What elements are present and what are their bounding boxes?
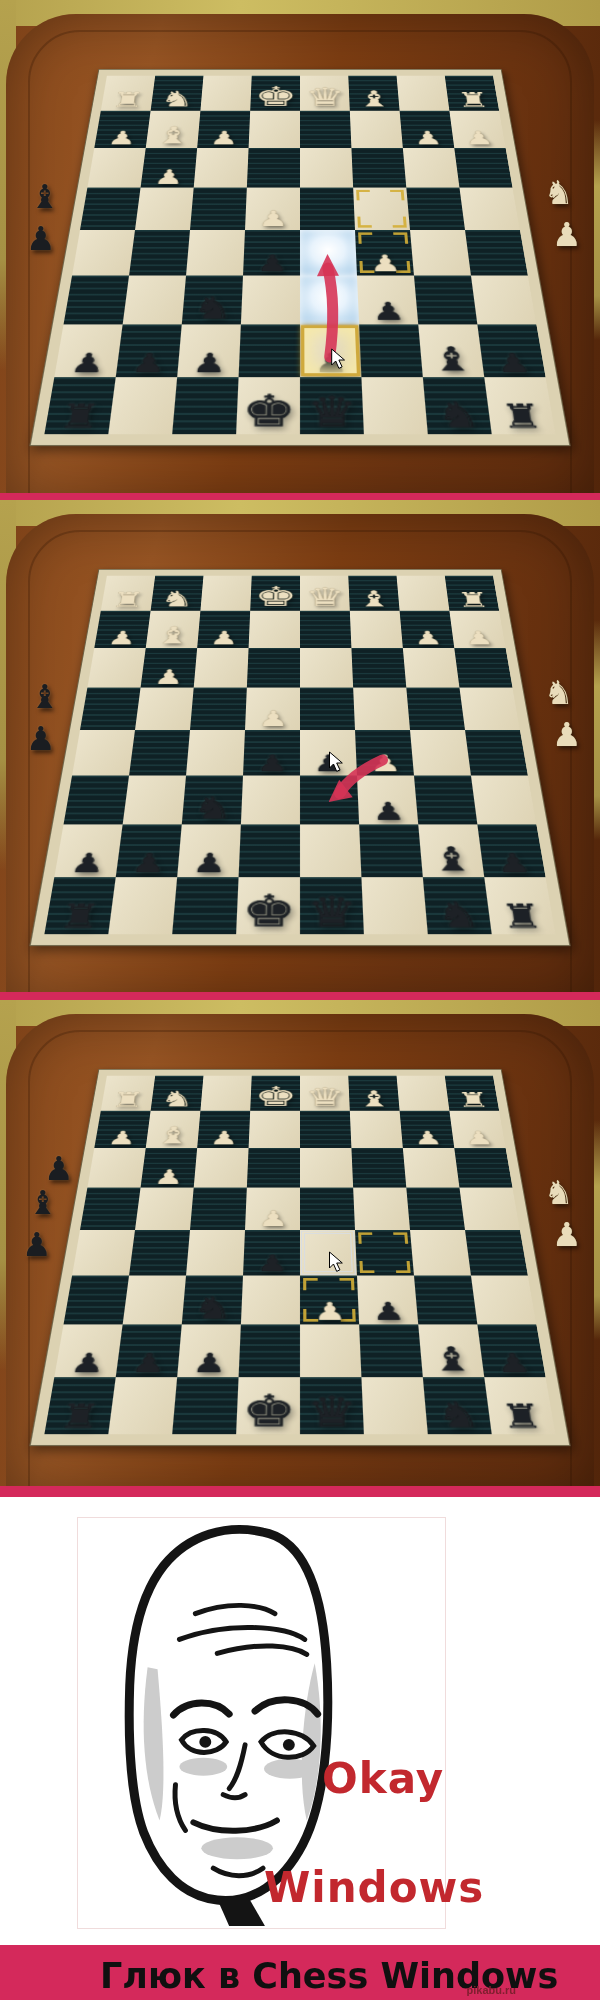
square-f3[interactable] xyxy=(194,648,249,688)
black-knight: ♞ xyxy=(434,898,481,933)
square-h1[interactable]: ♜ xyxy=(101,1076,155,1111)
square-a4[interactable] xyxy=(459,1188,520,1230)
square-e3[interactable] xyxy=(247,148,300,188)
square-h4[interactable] xyxy=(80,188,141,230)
square-h3[interactable] xyxy=(87,1148,145,1188)
square-h3[interactable] xyxy=(87,148,145,188)
square-e7[interactable] xyxy=(239,824,300,877)
square-e8[interactable]: ♚ xyxy=(236,377,300,434)
square-a4[interactable] xyxy=(459,188,520,230)
white-pawn: ♟ xyxy=(463,629,494,648)
square-h2[interactable]: ♟ xyxy=(94,611,150,648)
black-pawn: ♟ xyxy=(130,350,167,376)
square-b1[interactable] xyxy=(397,76,450,111)
square-a8[interactable]: ♜ xyxy=(484,377,555,434)
white-pawn: ♟ xyxy=(368,252,401,275)
square-b2[interactable]: ♟ xyxy=(400,1111,455,1148)
captured-white-pawn: ♟ xyxy=(552,718,582,751)
square-b3[interactable] xyxy=(403,648,460,688)
square-h6[interactable] xyxy=(64,276,130,325)
square-c7[interactable] xyxy=(359,1324,423,1377)
square-a3[interactable] xyxy=(454,148,512,188)
square-e2[interactable] xyxy=(249,111,300,148)
captured-white-knight: ♞ xyxy=(544,176,574,209)
black-queen: ♛ xyxy=(306,891,358,933)
square-c2[interactable] xyxy=(350,611,403,648)
white-rook: ♜ xyxy=(110,1090,145,1111)
square-d2[interactable] xyxy=(300,111,351,148)
square-f1[interactable] xyxy=(200,576,251,611)
square-b4[interactable] xyxy=(406,688,465,730)
square-e8[interactable]: ♚ xyxy=(236,877,300,934)
square-h6[interactable] xyxy=(64,1276,130,1325)
square-h1[interactable]: ♜ xyxy=(101,576,155,611)
square-h2[interactable]: ♟ xyxy=(94,111,150,148)
square-d8[interactable]: ♛ xyxy=(300,377,364,434)
square-h5[interactable] xyxy=(72,230,135,276)
square-f3[interactable] xyxy=(194,1148,249,1188)
square-b1[interactable] xyxy=(397,1076,450,1111)
black-pawn: ♟ xyxy=(371,1299,405,1324)
square-g6[interactable] xyxy=(123,776,186,825)
black-queen: ♛ xyxy=(306,391,358,433)
separator-bar xyxy=(0,493,600,500)
square-c8[interactable] xyxy=(361,1377,427,1434)
square-b7[interactable]: ♝ xyxy=(418,824,484,877)
white-pawn: ♟ xyxy=(412,1129,442,1148)
black-rook: ♜ xyxy=(56,399,102,433)
captured-black-bishop: ♝ xyxy=(30,680,60,713)
white-pawn: ♟ xyxy=(412,129,442,148)
black-rook: ♜ xyxy=(498,399,544,433)
white-knight: ♞ xyxy=(159,589,195,611)
square-a2[interactable]: ♟ xyxy=(449,111,505,148)
square-f7[interactable]: ♟ xyxy=(177,1324,241,1377)
square-h3[interactable] xyxy=(87,648,145,688)
square-a1[interactable]: ♜ xyxy=(445,76,499,111)
square-e2[interactable] xyxy=(249,1111,300,1148)
square-f1[interactable] xyxy=(200,76,251,111)
square-d5[interactable] xyxy=(300,1230,357,1276)
white-pawn: ♟ xyxy=(209,1129,238,1148)
captured-black-pawn: ♟ xyxy=(26,222,56,255)
square-c5[interactable]: ♟ xyxy=(355,730,414,776)
square-e3[interactable] xyxy=(247,648,300,688)
black-pawn: ♟ xyxy=(191,350,226,376)
white-pawn: ♟ xyxy=(209,629,238,648)
meme-page: ♜♞♚♛♝♜♟♝♟♟♟♟♟♟♟♞♟♟♟♟♟♝♟♜♚♛♞♜ ♝♟♞♟ ♜♞♚♛♝♜… xyxy=(0,0,600,2000)
black-pawn: ♟ xyxy=(130,1350,167,1376)
square-c4[interactable] xyxy=(353,188,410,230)
square-a7[interactable]: ♟ xyxy=(477,1324,545,1377)
captured-black-bishop: ♝ xyxy=(28,1186,58,1219)
square-g1[interactable]: ♞ xyxy=(151,1076,204,1111)
square-c7[interactable] xyxy=(359,824,423,877)
captured-black-bishop: ♝ xyxy=(30,180,60,213)
captured-white-pawn: ♟ xyxy=(552,218,582,251)
square-c1[interactable]: ♝ xyxy=(348,576,399,611)
square-e5[interactable]: ♟ xyxy=(243,230,300,276)
square-b6[interactable] xyxy=(414,276,477,325)
square-g5[interactable] xyxy=(129,1230,190,1276)
square-e6[interactable] xyxy=(241,776,300,825)
square-f7[interactable]: ♟ xyxy=(177,824,241,877)
square-g2[interactable]: ♝ xyxy=(146,611,201,648)
square-d7[interactable]: ♟ xyxy=(300,324,361,377)
square-e6[interactable] xyxy=(241,1276,300,1325)
square-h7[interactable]: ♟ xyxy=(54,824,122,877)
square-e2[interactable] xyxy=(249,611,300,648)
square-g6[interactable] xyxy=(123,276,186,325)
square-d7[interactable] xyxy=(300,824,361,877)
white-pawn: ♟ xyxy=(106,1129,137,1148)
square-f8[interactable] xyxy=(172,377,238,434)
square-a7[interactable]: ♟ xyxy=(477,324,545,377)
square-b8[interactable]: ♞ xyxy=(423,877,492,934)
white-knight: ♞ xyxy=(159,89,195,111)
square-e5[interactable]: ♟ xyxy=(243,1230,300,1276)
white-pawn: ♟ xyxy=(152,667,183,687)
board-grid: ♜♞♚♛♝♜♟♝♟♟♟♟♟♟♟♟♞♟♟♟♟♝♟♜♚♛♞♜ xyxy=(44,576,555,934)
square-a8[interactable]: ♜ xyxy=(484,1377,555,1434)
black-bishop: ♝ xyxy=(429,343,475,376)
square-b4[interactable] xyxy=(406,1188,465,1230)
square-h5[interactable] xyxy=(72,730,135,776)
square-d6[interactable] xyxy=(300,276,359,325)
white-pawn: ♟ xyxy=(257,208,288,229)
square-d6[interactable]: ♟ xyxy=(300,1276,359,1325)
square-c1[interactable]: ♝ xyxy=(348,1076,399,1111)
square-d1[interactable]: ♛ xyxy=(300,1076,350,1111)
white-pawn: ♟ xyxy=(209,129,238,148)
square-c3[interactable] xyxy=(351,648,406,688)
square-c6[interactable]: ♟ xyxy=(357,276,418,325)
square-f2[interactable]: ♟ xyxy=(197,611,250,648)
square-a3[interactable] xyxy=(454,1148,512,1188)
black-pawn: ♟ xyxy=(494,1350,532,1376)
square-e4[interactable]: ♟ xyxy=(245,1188,300,1230)
square-h1[interactable]: ♜ xyxy=(101,76,155,111)
square-a7[interactable]: ♟ xyxy=(477,824,545,877)
chess-screenshot-3: ♜♞♚♛♝♜♟♝♟♟♟♟♟♟♞♟♟♟♟♟♝♟♜♚♛♞♜ ♟♝♟♞♟ xyxy=(0,1000,600,1486)
square-f1[interactable] xyxy=(200,1076,251,1111)
square-f8[interactable] xyxy=(172,1377,238,1434)
square-a2[interactable]: ♟ xyxy=(449,611,505,648)
black-pawn: ♟ xyxy=(130,850,167,876)
square-b7[interactable]: ♝ xyxy=(418,324,484,377)
square-g2[interactable]: ♝ xyxy=(146,111,201,148)
square-g3[interactable]: ♟ xyxy=(141,1148,198,1188)
square-d2[interactable] xyxy=(300,611,351,648)
square-c3[interactable] xyxy=(351,1148,406,1188)
captured-white-knight: ♞ xyxy=(544,676,574,709)
black-pawn: ♟ xyxy=(256,752,288,775)
square-a1[interactable]: ♜ xyxy=(445,1076,499,1111)
black-pawn: ♟ xyxy=(191,850,226,876)
captured-black-pawn: ♟ xyxy=(44,1152,74,1185)
square-f2[interactable]: ♟ xyxy=(197,1111,250,1148)
square-e3[interactable] xyxy=(247,1148,300,1188)
square-f8[interactable] xyxy=(172,877,238,934)
black-pawn: ♟ xyxy=(371,799,405,824)
chess-screenshot-1: ♜♞♚♛♝♜♟♝♟♟♟♟♟♟♟♞♟♟♟♟♟♝♟♜♚♛♞♜ ♝♟♞♟ xyxy=(0,0,600,493)
black-pawn: ♟ xyxy=(256,1252,288,1275)
white-pawn: ♟ xyxy=(152,1167,183,1187)
captured-black-pawn: ♟ xyxy=(22,1228,52,1261)
square-a6[interactable] xyxy=(471,1276,537,1325)
square-b5[interactable] xyxy=(410,1230,471,1276)
captured-white-knight: ♞ xyxy=(544,1176,574,1209)
square-e5[interactable]: ♟ xyxy=(243,730,300,776)
square-g8[interactable] xyxy=(108,1377,177,1434)
square-d8[interactable]: ♛ xyxy=(300,877,364,934)
black-rook: ♜ xyxy=(498,1399,544,1433)
chess-board: ♜♞♚♛♝♜♟♝♟♟♟♟♟♟♟♞♟♟♟♟♟♝♟♜♚♛♞♜ xyxy=(44,76,555,434)
black-pawn: ♟ xyxy=(68,350,106,376)
white-bishop: ♝ xyxy=(356,1088,392,1110)
okay-face-image: Okay Windows xyxy=(77,1517,446,1929)
chess-board: ♜♞♚♛♝♜♟♝♟♟♟♟♟♟♞♟♟♟♟♟♝♟♜♚♛♞♜ xyxy=(44,1076,555,1434)
square-f5[interactable] xyxy=(186,1230,245,1276)
square-b4[interactable] xyxy=(406,188,465,230)
square-h5[interactable] xyxy=(72,1230,135,1276)
square-g7[interactable]: ♟ xyxy=(116,324,182,377)
white-pawn: ♟ xyxy=(152,167,183,187)
square-g4[interactable] xyxy=(135,1188,194,1230)
square-d7[interactable] xyxy=(300,1324,361,1377)
square-h4[interactable] xyxy=(80,1188,141,1230)
square-g4[interactable] xyxy=(135,188,194,230)
square-d1[interactable]: ♛ xyxy=(300,576,350,611)
square-c4[interactable] xyxy=(353,1188,410,1230)
white-bishop: ♝ xyxy=(356,88,392,110)
square-e7[interactable] xyxy=(239,324,300,377)
square-b2[interactable]: ♟ xyxy=(400,111,455,148)
black-pawn: ♟ xyxy=(256,252,288,275)
square-h8[interactable]: ♜ xyxy=(44,1377,115,1434)
white-bishop: ♝ xyxy=(154,624,192,647)
square-f4[interactable] xyxy=(190,188,247,230)
square-b5[interactable] xyxy=(410,230,471,276)
square-g7[interactable]: ♟ xyxy=(116,1324,182,1377)
square-h7[interactable]: ♟ xyxy=(54,1324,122,1377)
square-h6[interactable] xyxy=(64,776,130,825)
square-c2[interactable] xyxy=(350,1111,403,1148)
meme-section: Okay Windows xyxy=(0,1497,600,1945)
square-f4[interactable] xyxy=(190,1188,247,1230)
white-rook: ♜ xyxy=(110,90,145,111)
white-queen: ♛ xyxy=(304,585,345,611)
square-c4[interactable] xyxy=(353,688,410,730)
watermark: pikabu.ru xyxy=(466,1984,516,1996)
square-d3[interactable] xyxy=(300,1148,353,1188)
square-e6[interactable] xyxy=(241,276,300,325)
square-g7[interactable]: ♟ xyxy=(116,824,182,877)
white-pawn: ♟ xyxy=(313,1299,346,1324)
square-a6[interactable] xyxy=(471,276,537,325)
square-f6[interactable]: ♞ xyxy=(182,1276,243,1325)
square-h4[interactable] xyxy=(80,688,141,730)
white-bishop: ♝ xyxy=(356,588,392,610)
square-f5[interactable] xyxy=(186,230,245,276)
square-e1[interactable]: ♚ xyxy=(250,76,300,111)
square-c5[interactable]: ♟ xyxy=(355,230,414,276)
square-d3[interactable] xyxy=(300,648,353,688)
white-queen: ♛ xyxy=(304,85,345,111)
black-pawn: ♟ xyxy=(68,1350,106,1376)
black-knight: ♞ xyxy=(434,1398,481,1433)
black-bishop: ♝ xyxy=(429,1343,475,1376)
white-pawn: ♟ xyxy=(368,752,401,775)
caption-bar: Глюк в Chess Windows pikabu.ru xyxy=(0,1945,600,2000)
square-h8[interactable]: ♜ xyxy=(44,377,115,434)
white-rook: ♜ xyxy=(455,590,490,611)
windows-text: Windows xyxy=(264,1863,484,1912)
captured-white-pawn: ♟ xyxy=(552,1218,582,1251)
white-pawn: ♟ xyxy=(106,629,137,648)
square-b7[interactable]: ♝ xyxy=(418,1324,484,1377)
white-king: ♚ xyxy=(254,1083,297,1110)
square-a5[interactable] xyxy=(465,730,528,776)
black-queen: ♛ xyxy=(306,1391,358,1433)
black-pawn: ♟ xyxy=(313,350,347,376)
square-c3[interactable] xyxy=(351,148,406,188)
square-c2[interactable] xyxy=(350,111,403,148)
square-f2[interactable]: ♟ xyxy=(197,111,250,148)
square-g5[interactable] xyxy=(129,730,190,776)
square-e4[interactable]: ♟ xyxy=(245,188,300,230)
square-d4[interactable] xyxy=(300,688,355,730)
square-d1[interactable]: ♛ xyxy=(300,76,350,111)
square-d3[interactable] xyxy=(300,148,353,188)
square-g3[interactable]: ♟ xyxy=(141,148,198,188)
square-d4[interactable] xyxy=(300,188,355,230)
square-c7[interactable] xyxy=(359,324,423,377)
black-pawn: ♟ xyxy=(494,850,532,876)
square-g8[interactable] xyxy=(108,377,177,434)
square-d6[interactable] xyxy=(300,776,359,825)
square-a2[interactable]: ♟ xyxy=(449,1111,505,1148)
black-king: ♚ xyxy=(240,889,295,933)
black-rook: ♜ xyxy=(56,899,102,933)
square-b1[interactable] xyxy=(397,576,450,611)
white-pawn: ♟ xyxy=(463,129,494,148)
square-a6[interactable] xyxy=(471,776,537,825)
white-queen: ♛ xyxy=(304,1085,345,1111)
black-bishop: ♝ xyxy=(429,843,475,876)
white-bishop: ♝ xyxy=(154,1124,192,1147)
square-c6[interactable]: ♟ xyxy=(357,1276,418,1325)
square-d2[interactable] xyxy=(300,1111,351,1148)
black-pawn: ♟ xyxy=(68,850,106,876)
white-pawn: ♟ xyxy=(257,1208,288,1229)
square-b3[interactable] xyxy=(403,1148,460,1188)
square-f6[interactable]: ♞ xyxy=(182,776,243,825)
square-d5[interactable] xyxy=(300,230,357,276)
square-e7[interactable] xyxy=(239,1324,300,1377)
square-b8[interactable]: ♞ xyxy=(423,1377,492,1434)
square-e4[interactable]: ♟ xyxy=(245,688,300,730)
square-d5[interactable]: ♟ xyxy=(300,730,357,776)
square-g1[interactable]: ♞ xyxy=(151,76,204,111)
okay-text: Okay xyxy=(322,1754,444,1803)
white-rook: ♜ xyxy=(455,1090,490,1111)
black-knight: ♞ xyxy=(191,1293,233,1323)
black-pawn: ♟ xyxy=(312,752,344,775)
captured-black-pawn: ♟ xyxy=(26,722,56,755)
square-h2[interactable]: ♟ xyxy=(94,1111,150,1148)
square-a4[interactable] xyxy=(459,688,520,730)
black-king: ♚ xyxy=(240,389,295,433)
separator-bar xyxy=(0,992,600,1000)
square-b8[interactable]: ♞ xyxy=(423,377,492,434)
chess-screenshot-2: ♜♞♚♛♝♜♟♝♟♟♟♟♟♟♟♟♞♟♟♟♟♝♟♜♚♛♞♜ ♝♟♞♟ xyxy=(0,500,600,992)
white-knight: ♞ xyxy=(159,1089,195,1111)
square-g4[interactable] xyxy=(135,688,194,730)
square-g1[interactable]: ♞ xyxy=(151,576,204,611)
square-b2[interactable]: ♟ xyxy=(400,611,455,648)
square-g5[interactable] xyxy=(129,230,190,276)
square-h8[interactable]: ♜ xyxy=(44,877,115,934)
white-pawn: ♟ xyxy=(463,1129,494,1148)
black-pawn: ♟ xyxy=(191,1350,226,1376)
square-e8[interactable]: ♚ xyxy=(236,1377,300,1434)
black-pawn: ♟ xyxy=(371,299,405,324)
square-b5[interactable] xyxy=(410,730,471,776)
square-a3[interactable] xyxy=(454,648,512,688)
separator-bar xyxy=(0,1486,600,1497)
square-b6[interactable] xyxy=(414,1276,477,1325)
square-a5[interactable] xyxy=(465,1230,528,1276)
black-rook: ♜ xyxy=(56,1399,102,1433)
black-knight: ♞ xyxy=(434,398,481,433)
square-f7[interactable]: ♟ xyxy=(177,324,241,377)
square-c5[interactable] xyxy=(355,1230,414,1276)
square-g6[interactable] xyxy=(123,1276,186,1325)
square-f5[interactable] xyxy=(186,730,245,776)
square-b6[interactable] xyxy=(414,776,477,825)
square-h7[interactable]: ♟ xyxy=(54,324,122,377)
square-b3[interactable] xyxy=(403,148,460,188)
square-g3[interactable]: ♟ xyxy=(141,648,198,688)
black-king: ♚ xyxy=(240,1389,295,1433)
square-a5[interactable] xyxy=(465,230,528,276)
square-g2[interactable]: ♝ xyxy=(146,1111,201,1148)
white-bishop: ♝ xyxy=(154,124,192,147)
square-f3[interactable] xyxy=(194,148,249,188)
square-c1[interactable]: ♝ xyxy=(348,76,399,111)
square-c8[interactable] xyxy=(361,377,427,434)
black-pawn: ♟ xyxy=(494,350,532,376)
black-knight: ♞ xyxy=(191,293,233,323)
square-e1[interactable]: ♚ xyxy=(250,1076,300,1111)
square-c8[interactable] xyxy=(361,877,427,934)
square-d4[interactable] xyxy=(300,1188,355,1230)
white-pawn: ♟ xyxy=(412,629,442,648)
square-f4[interactable] xyxy=(190,688,247,730)
square-a1[interactable]: ♜ xyxy=(445,576,499,611)
black-rook: ♜ xyxy=(498,899,544,933)
square-f6[interactable]: ♞ xyxy=(182,276,243,325)
square-e1[interactable]: ♚ xyxy=(250,576,300,611)
board-grid: ♜♞♚♛♝♜♟♝♟♟♟♟♟♟♟♞♟♟♟♟♟♝♟♜♚♛♞♜ xyxy=(44,76,555,434)
white-pawn: ♟ xyxy=(106,129,137,148)
square-d8[interactable]: ♛ xyxy=(300,1377,364,1434)
square-g8[interactable] xyxy=(108,877,177,934)
square-a8[interactable]: ♜ xyxy=(484,877,555,934)
square-c6[interactable]: ♟ xyxy=(357,776,418,825)
white-rook: ♜ xyxy=(455,90,490,111)
